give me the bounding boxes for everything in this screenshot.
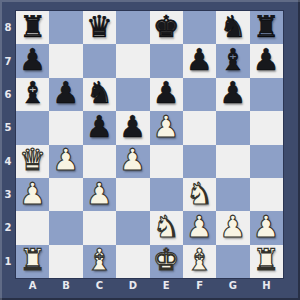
white-queen-a4: ♛ bbox=[19, 145, 46, 175]
square-d6[interactable] bbox=[116, 78, 149, 111]
black-bishop-g7: ♝ bbox=[219, 45, 246, 75]
square-b2[interactable] bbox=[49, 211, 82, 244]
file-labels: ABCDEFGH bbox=[16, 278, 283, 296]
black-pawn-a7: ♟ bbox=[19, 45, 46, 75]
black-pawn-c5: ♟ bbox=[86, 112, 113, 142]
white-king-e1: ♚ bbox=[153, 245, 180, 275]
rank-label-6: 6 bbox=[0, 78, 16, 111]
black-king-e8: ♚ bbox=[153, 12, 180, 42]
rank-label-2: 2 bbox=[0, 211, 16, 244]
square-g2[interactable]: ♟ bbox=[216, 211, 249, 244]
file-label-g: G bbox=[216, 278, 249, 296]
square-c8[interactable]: ♛ bbox=[83, 11, 116, 44]
white-pawn-b4: ♟ bbox=[53, 145, 80, 175]
square-e5[interactable]: ♟ bbox=[150, 111, 183, 144]
square-b1[interactable] bbox=[49, 245, 82, 278]
rank-label-8: 8 bbox=[0, 11, 16, 44]
white-pawn-f2: ♟ bbox=[186, 212, 213, 242]
black-rook-h8: ♜ bbox=[253, 12, 280, 42]
square-a8[interactable]: ♜ bbox=[16, 11, 49, 44]
file-label-c: C bbox=[83, 278, 116, 296]
square-d4[interactable]: ♟ bbox=[116, 145, 149, 178]
file-label-e: E bbox=[150, 278, 183, 296]
square-b8[interactable] bbox=[49, 11, 82, 44]
square-d7[interactable] bbox=[116, 44, 149, 77]
black-pawn-d5: ♟ bbox=[119, 112, 146, 142]
square-d3[interactable] bbox=[116, 178, 149, 211]
white-pawn-a3: ♟ bbox=[19, 179, 46, 209]
white-pawn-d4: ♟ bbox=[119, 145, 146, 175]
square-a4[interactable]: ♛ bbox=[16, 145, 49, 178]
square-d8[interactable] bbox=[116, 11, 149, 44]
square-h5[interactable] bbox=[250, 111, 283, 144]
rank-label-1: 1 bbox=[0, 245, 16, 278]
rank-label-3: 3 bbox=[0, 178, 16, 211]
square-b5[interactable] bbox=[49, 111, 82, 144]
rank-label-4: 4 bbox=[0, 145, 16, 178]
square-a5[interactable] bbox=[16, 111, 49, 144]
square-c6[interactable]: ♞ bbox=[83, 78, 116, 111]
white-rook-a1: ♜ bbox=[19, 245, 46, 275]
square-a6[interactable]: ♝ bbox=[16, 78, 49, 111]
square-e3[interactable] bbox=[150, 178, 183, 211]
square-g7[interactable]: ♝ bbox=[216, 44, 249, 77]
black-knight-g8: ♞ bbox=[219, 12, 246, 42]
white-pawn-g2: ♟ bbox=[219, 212, 246, 242]
square-g6[interactable]: ♟ bbox=[216, 78, 249, 111]
file-label-a: A bbox=[16, 278, 49, 296]
black-pawn-f7: ♟ bbox=[186, 45, 213, 75]
square-d2[interactable] bbox=[116, 211, 149, 244]
white-bishop-c1: ♝ bbox=[86, 245, 113, 275]
white-rook-h1: ♜ bbox=[253, 245, 280, 275]
black-bishop-a6: ♝ bbox=[19, 78, 46, 108]
black-rook-a8: ♜ bbox=[19, 12, 46, 42]
file-label-f: F bbox=[183, 278, 216, 296]
square-h3[interactable] bbox=[250, 178, 283, 211]
square-g5[interactable] bbox=[216, 111, 249, 144]
square-f7[interactable]: ♟ bbox=[183, 44, 216, 77]
square-e4[interactable] bbox=[150, 145, 183, 178]
square-e6[interactable]: ♟ bbox=[150, 78, 183, 111]
square-f4[interactable] bbox=[183, 145, 216, 178]
black-pawn-g6: ♟ bbox=[219, 78, 246, 108]
square-c7[interactable] bbox=[83, 44, 116, 77]
square-f3[interactable]: ♞ bbox=[183, 178, 216, 211]
square-g1[interactable] bbox=[216, 245, 249, 278]
square-b4[interactable]: ♟ bbox=[49, 145, 82, 178]
white-bishop-f1: ♝ bbox=[186, 245, 213, 275]
square-e7[interactable] bbox=[150, 44, 183, 77]
chess-board-frame: 87654321 ♜♛♚♞♜♟♟♝♟♝♟♞♟♟♟♟♟♛♟♟♟♟♞♞♟♟♟♜♝♚♝… bbox=[0, 0, 300, 300]
square-h7[interactable]: ♟ bbox=[250, 44, 283, 77]
square-e8[interactable]: ♚ bbox=[150, 11, 183, 44]
square-c2[interactable] bbox=[83, 211, 116, 244]
square-a7[interactable]: ♟ bbox=[16, 44, 49, 77]
square-b3[interactable] bbox=[49, 178, 82, 211]
square-g3[interactable] bbox=[216, 178, 249, 211]
square-h4[interactable] bbox=[250, 145, 283, 178]
rank-label-5: 5 bbox=[0, 111, 16, 144]
white-knight-e2: ♞ bbox=[153, 212, 180, 242]
white-knight-f3: ♞ bbox=[186, 179, 213, 209]
square-h8[interactable]: ♜ bbox=[250, 11, 283, 44]
square-b7[interactable] bbox=[49, 44, 82, 77]
black-knight-c6: ♞ bbox=[86, 78, 113, 108]
square-h6[interactable] bbox=[250, 78, 283, 111]
rank-label-7: 7 bbox=[0, 44, 16, 77]
file-label-b: B bbox=[49, 278, 82, 296]
square-c4[interactable] bbox=[83, 145, 116, 178]
square-e2[interactable]: ♞ bbox=[150, 211, 183, 244]
square-a3[interactable]: ♟ bbox=[16, 178, 49, 211]
square-h2[interactable]: ♟ bbox=[250, 211, 283, 244]
square-d1[interactable] bbox=[116, 245, 149, 278]
black-queen-c8: ♛ bbox=[86, 12, 113, 42]
square-f5[interactable] bbox=[183, 111, 216, 144]
square-f6[interactable] bbox=[183, 78, 216, 111]
square-d5[interactable]: ♟ bbox=[116, 111, 149, 144]
square-h1[interactable]: ♜ bbox=[250, 245, 283, 278]
white-pawn-c3: ♟ bbox=[86, 179, 113, 209]
black-pawn-h7: ♟ bbox=[253, 45, 280, 75]
file-label-h: H bbox=[250, 278, 283, 296]
black-pawn-e6: ♟ bbox=[153, 78, 180, 108]
square-c3[interactable]: ♟ bbox=[83, 178, 116, 211]
square-g4[interactable] bbox=[216, 145, 249, 178]
white-pawn-e5: ♟ bbox=[153, 112, 180, 142]
square-c1[interactable]: ♝ bbox=[83, 245, 116, 278]
square-a2[interactable] bbox=[16, 211, 49, 244]
black-pawn-b6: ♟ bbox=[53, 78, 80, 108]
square-b6[interactable]: ♟ bbox=[49, 78, 82, 111]
rank-labels: 87654321 bbox=[0, 11, 16, 278]
square-g8[interactable]: ♞ bbox=[216, 11, 249, 44]
white-pawn-h2: ♟ bbox=[253, 212, 280, 242]
square-a1[interactable]: ♜ bbox=[16, 245, 49, 278]
square-f1[interactable]: ♝ bbox=[183, 245, 216, 278]
square-e1[interactable]: ♚ bbox=[150, 245, 183, 278]
board: ♜♛♚♞♜♟♟♝♟♝♟♞♟♟♟♟♟♛♟♟♟♟♞♞♟♟♟♜♝♚♝♜ bbox=[16, 11, 283, 278]
square-c5[interactable]: ♟ bbox=[83, 111, 116, 144]
file-label-d: D bbox=[116, 278, 149, 296]
square-f2[interactable]: ♟ bbox=[183, 211, 216, 244]
square-f8[interactable] bbox=[183, 11, 216, 44]
